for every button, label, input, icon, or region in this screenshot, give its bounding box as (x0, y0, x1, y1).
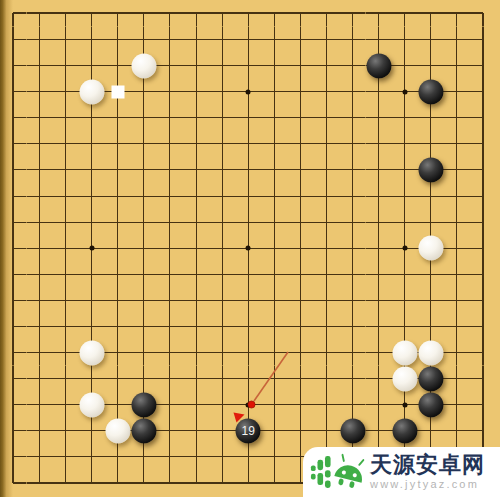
white-stone[interactable] (392, 340, 417, 365)
board-cell[interactable] (261, 287, 287, 313)
board-cell[interactable] (313, 157, 339, 183)
board-cell[interactable] (444, 235, 470, 261)
board-cell[interactable] (470, 79, 496, 105)
board-cell[interactable] (470, 105, 496, 131)
board-cell[interactable] (183, 27, 209, 53)
board-cell[interactable] (287, 418, 313, 444)
board-cell[interactable] (235, 235, 261, 261)
board-cell[interactable] (157, 209, 183, 235)
board-cell[interactable] (418, 261, 444, 287)
board-cell[interactable] (313, 418, 339, 444)
board-cell[interactable] (470, 157, 496, 183)
board-cell[interactable] (287, 0, 313, 26)
board-cell[interactable] (27, 392, 53, 418)
board-cell[interactable] (209, 79, 235, 105)
board-cell[interactable] (366, 0, 392, 26)
board-cell[interactable] (418, 209, 444, 235)
board-cell[interactable] (0, 444, 26, 470)
board-cell[interactable] (0, 209, 26, 235)
board-cell[interactable] (0, 53, 26, 79)
board-cell[interactable] (339, 287, 365, 313)
board-cell[interactable] (157, 0, 183, 26)
board-cell[interactable] (27, 105, 53, 131)
board-cell[interactable] (0, 0, 26, 26)
board-cell[interactable] (366, 418, 392, 444)
board-cell[interactable] (27, 418, 53, 444)
board-cell[interactable] (287, 287, 313, 313)
board-cell[interactable] (470, 366, 496, 392)
board-cell[interactable] (235, 261, 261, 287)
board-cell[interactable] (53, 339, 79, 365)
board-cell[interactable] (444, 339, 470, 365)
board-cell[interactable] (235, 339, 261, 365)
board-cell[interactable] (444, 418, 470, 444)
board-cell[interactable] (235, 287, 261, 313)
board-cell[interactable] (157, 392, 183, 418)
board-cell[interactable] (261, 0, 287, 26)
board-cell[interactable] (105, 313, 131, 339)
board-cell[interactable] (235, 27, 261, 53)
board-cell[interactable] (209, 313, 235, 339)
board-cell[interactable] (366, 261, 392, 287)
board-cell[interactable] (157, 235, 183, 261)
board-cell[interactable] (209, 444, 235, 470)
board-cell[interactable] (27, 313, 53, 339)
board-cell[interactable] (157, 131, 183, 157)
board-cell[interactable] (209, 261, 235, 287)
board-cell[interactable] (27, 366, 53, 392)
board-cell[interactable] (183, 209, 209, 235)
board-cell[interactable] (131, 261, 157, 287)
board-cell[interactable] (53, 261, 79, 287)
board-cell[interactable] (235, 470, 261, 496)
black-stone[interactable] (418, 392, 443, 417)
board-cell[interactable] (339, 261, 365, 287)
board-cell[interactable] (53, 27, 79, 53)
board-cell[interactable] (287, 209, 313, 235)
board-cell[interactable] (339, 183, 365, 209)
board-cell[interactable] (131, 287, 157, 313)
board-cell[interactable] (105, 339, 131, 365)
board-cell[interactable] (392, 209, 418, 235)
board-cell[interactable] (79, 235, 105, 261)
board-cell[interactable] (287, 261, 313, 287)
board-cell[interactable] (105, 183, 131, 209)
board-cell[interactable] (0, 470, 26, 496)
board-cell[interactable] (209, 183, 235, 209)
board-cell[interactable] (157, 79, 183, 105)
board-cell[interactable] (366, 131, 392, 157)
board-cell[interactable] (209, 131, 235, 157)
board-cell[interactable] (131, 444, 157, 470)
board-cell[interactable] (313, 183, 339, 209)
board-cell[interactable] (183, 261, 209, 287)
board-cell[interactable] (209, 53, 235, 79)
board-cell[interactable] (470, 235, 496, 261)
board-cell[interactable] (79, 105, 105, 131)
board-cell[interactable] (0, 366, 26, 392)
board-cell[interactable] (261, 366, 287, 392)
board-cell[interactable] (261, 444, 287, 470)
board-cell[interactable] (183, 105, 209, 131)
board-cell[interactable] (444, 366, 470, 392)
board-cell[interactable] (27, 235, 53, 261)
board-cell[interactable] (366, 79, 392, 105)
board-cell[interactable] (27, 27, 53, 53)
board-cell[interactable] (261, 313, 287, 339)
board-cell[interactable] (53, 235, 79, 261)
board-cell[interactable] (131, 157, 157, 183)
board-cell[interactable] (53, 53, 79, 79)
board-cell[interactable] (287, 79, 313, 105)
board-cell[interactable] (339, 27, 365, 53)
board-cell[interactable] (313, 235, 339, 261)
board-cell[interactable] (470, 313, 496, 339)
board-cell[interactable] (79, 444, 105, 470)
board-cell[interactable] (27, 79, 53, 105)
board-cell[interactable] (287, 313, 313, 339)
board-cell[interactable] (209, 392, 235, 418)
board-cell[interactable] (470, 418, 496, 444)
board-cell[interactable] (418, 418, 444, 444)
white-stone[interactable] (79, 392, 104, 417)
board-cell[interactable] (339, 131, 365, 157)
board-cell[interactable] (339, 0, 365, 26)
board-cell[interactable] (53, 0, 79, 26)
board-cell[interactable] (53, 470, 79, 496)
board-cell[interactable] (392, 0, 418, 26)
board-cell[interactable] (105, 287, 131, 313)
board-cell[interactable] (0, 392, 26, 418)
board-cell[interactable] (235, 53, 261, 79)
board-cell[interactable] (366, 366, 392, 392)
board-cell[interactable] (157, 339, 183, 365)
board-cell[interactable] (313, 261, 339, 287)
board-cell[interactable] (0, 287, 26, 313)
board-cell[interactable] (0, 183, 26, 209)
board-cell[interactable] (313, 79, 339, 105)
board-cell[interactable] (0, 131, 26, 157)
board-cell[interactable] (313, 27, 339, 53)
board-cell[interactable] (0, 79, 26, 105)
board-cell[interactable] (339, 79, 365, 105)
black-stone[interactable] (131, 418, 156, 443)
board-cell[interactable] (79, 287, 105, 313)
board-cell[interactable] (105, 105, 131, 131)
board-cell[interactable] (418, 131, 444, 157)
board-cell[interactable] (79, 418, 105, 444)
board-cell[interactable] (79, 183, 105, 209)
white-stone[interactable] (79, 79, 104, 104)
board-cell[interactable] (209, 418, 235, 444)
board-cell[interactable] (366, 339, 392, 365)
board-cell[interactable] (183, 53, 209, 79)
board-cell[interactable] (79, 470, 105, 496)
board-cell[interactable] (79, 27, 105, 53)
board-cell[interactable] (339, 235, 365, 261)
board-cell[interactable] (0, 313, 26, 339)
board-cell[interactable] (313, 313, 339, 339)
board-cell[interactable] (53, 444, 79, 470)
board-cell[interactable] (470, 339, 496, 365)
board-cell[interactable] (313, 366, 339, 392)
board-cell[interactable] (392, 235, 418, 261)
black-stone[interactable] (418, 79, 443, 104)
board-cell[interactable] (339, 313, 365, 339)
board-cell[interactable] (287, 105, 313, 131)
board-cell[interactable] (105, 157, 131, 183)
board-cell[interactable] (392, 131, 418, 157)
board-cell[interactable] (418, 0, 444, 26)
board-cell[interactable] (366, 157, 392, 183)
board-cell[interactable] (287, 27, 313, 53)
board-cell[interactable] (235, 105, 261, 131)
board-cell[interactable] (79, 131, 105, 157)
board-cell[interactable] (444, 313, 470, 339)
board-cell[interactable] (366, 287, 392, 313)
white-stone[interactable] (418, 340, 443, 365)
board-cell[interactable] (157, 366, 183, 392)
board-cell[interactable] (392, 105, 418, 131)
board-cell[interactable] (105, 366, 131, 392)
board-cell[interactable] (287, 235, 313, 261)
board-cell[interactable] (131, 366, 157, 392)
board-cell[interactable] (27, 131, 53, 157)
board-cell[interactable] (235, 366, 261, 392)
board-cell[interactable] (27, 157, 53, 183)
board-cell[interactable] (470, 392, 496, 418)
board-cell[interactable] (313, 53, 339, 79)
board-cell[interactable] (157, 183, 183, 209)
board-cell[interactable] (339, 392, 365, 418)
go-board[interactable]: 19 (0, 0, 500, 497)
black-stone[interactable] (418, 157, 443, 182)
board-cell[interactable] (209, 27, 235, 53)
board-cell[interactable] (209, 0, 235, 26)
board-cell[interactable] (0, 157, 26, 183)
board-cell[interactable] (157, 261, 183, 287)
board-cell[interactable] (444, 287, 470, 313)
board-cell[interactable] (235, 444, 261, 470)
board-cell[interactable] (53, 209, 79, 235)
board-cell[interactable] (53, 392, 79, 418)
board-cell[interactable] (261, 261, 287, 287)
board-cell[interactable] (470, 53, 496, 79)
board-cell[interactable] (418, 183, 444, 209)
board-cell[interactable] (131, 235, 157, 261)
board-cell[interactable] (366, 392, 392, 418)
board-cell[interactable] (261, 418, 287, 444)
board-cell[interactable] (235, 313, 261, 339)
board-cell[interactable] (392, 392, 418, 418)
board-cell[interactable] (444, 261, 470, 287)
board-cell[interactable] (105, 392, 131, 418)
board-cell[interactable] (392, 157, 418, 183)
board-cell[interactable] (444, 79, 470, 105)
board-cell[interactable] (418, 27, 444, 53)
board-cell[interactable] (27, 209, 53, 235)
white-stone[interactable] (418, 236, 443, 261)
board-cell[interactable] (366, 105, 392, 131)
black-stone[interactable] (366, 53, 391, 78)
board-cell[interactable] (313, 287, 339, 313)
board-cell[interactable] (27, 339, 53, 365)
board-cell[interactable] (27, 0, 53, 26)
board-cell[interactable] (209, 339, 235, 365)
board-cell[interactable] (235, 157, 261, 183)
board-cell[interactable] (339, 366, 365, 392)
board-cell[interactable] (392, 287, 418, 313)
board-cell[interactable] (261, 183, 287, 209)
board-cell[interactable] (209, 287, 235, 313)
board-cell[interactable] (0, 105, 26, 131)
black-stone[interactable] (340, 418, 365, 443)
board-cell[interactable] (287, 366, 313, 392)
board-cell[interactable] (53, 183, 79, 209)
board-cell[interactable] (261, 53, 287, 79)
board-cell[interactable] (131, 0, 157, 26)
board-cell[interactable] (0, 27, 26, 53)
board-cell[interactable] (261, 105, 287, 131)
board-cell[interactable] (261, 27, 287, 53)
board-cell[interactable] (470, 131, 496, 157)
board-cell[interactable] (339, 53, 365, 79)
board-cell[interactable] (366, 235, 392, 261)
board-cell[interactable] (392, 261, 418, 287)
board-cell[interactable] (235, 392, 261, 418)
board-cell[interactable] (444, 53, 470, 79)
board-cell[interactable] (105, 79, 131, 105)
board-cell[interactable] (339, 339, 365, 365)
board-cell[interactable] (53, 131, 79, 157)
board-cell[interactable] (392, 183, 418, 209)
board-cell[interactable] (79, 313, 105, 339)
white-stone[interactable] (131, 53, 156, 78)
board-cell[interactable] (79, 157, 105, 183)
board-cell[interactable] (0, 339, 26, 365)
board-cell[interactable] (235, 79, 261, 105)
board-cell[interactable] (287, 339, 313, 365)
board-cell[interactable] (53, 418, 79, 444)
board-cell[interactable] (183, 313, 209, 339)
board-cell[interactable] (131, 105, 157, 131)
board-cell[interactable] (183, 131, 209, 157)
board-cell[interactable] (287, 392, 313, 418)
board-cell[interactable] (313, 105, 339, 131)
board-cell[interactable] (261, 392, 287, 418)
board-cell[interactable] (444, 131, 470, 157)
board-cell[interactable] (444, 183, 470, 209)
board-cell[interactable] (0, 235, 26, 261)
board-cell[interactable] (105, 53, 131, 79)
white-stone[interactable] (105, 418, 130, 443)
board-cell[interactable] (366, 27, 392, 53)
board-cell[interactable] (183, 392, 209, 418)
board-cell[interactable] (235, 131, 261, 157)
board-cell[interactable] (209, 105, 235, 131)
board-cell[interactable] (235, 0, 261, 26)
board-cell[interactable] (261, 339, 287, 365)
board-cell[interactable] (105, 444, 131, 470)
board-cell[interactable] (261, 209, 287, 235)
board-cell[interactable] (131, 131, 157, 157)
board-cell[interactable] (53, 157, 79, 183)
board-cell[interactable] (235, 183, 261, 209)
board-cell[interactable] (183, 157, 209, 183)
board-cell[interactable] (392, 27, 418, 53)
board-cell[interactable] (313, 209, 339, 235)
board-cell[interactable] (209, 209, 235, 235)
board-cell[interactable] (287, 157, 313, 183)
board-cell[interactable] (470, 0, 496, 26)
board-cell[interactable] (27, 261, 53, 287)
board-cell[interactable] (79, 53, 105, 79)
black-stone[interactable] (418, 366, 443, 391)
board-cell[interactable] (0, 261, 26, 287)
board-cell[interactable] (339, 157, 365, 183)
board-cell[interactable] (392, 53, 418, 79)
board-cell[interactable] (183, 366, 209, 392)
board-cell[interactable] (105, 261, 131, 287)
board-cell[interactable] (131, 313, 157, 339)
board-cell[interactable] (157, 53, 183, 79)
board-cell[interactable] (470, 261, 496, 287)
black-stone[interactable] (392, 418, 417, 443)
board-cell[interactable] (183, 235, 209, 261)
board-cell[interactable] (313, 0, 339, 26)
board-cell[interactable] (287, 53, 313, 79)
board-cell[interactable] (79, 261, 105, 287)
board-cell[interactable] (27, 53, 53, 79)
board-cell[interactable] (287, 183, 313, 209)
board-cell[interactable] (131, 183, 157, 209)
board-cell[interactable] (392, 313, 418, 339)
board-cell[interactable] (53, 287, 79, 313)
white-stone[interactable] (392, 366, 417, 391)
board-cell[interactable] (261, 79, 287, 105)
board-cell[interactable] (261, 235, 287, 261)
board-cell[interactable] (209, 470, 235, 496)
board-cell[interactable] (313, 131, 339, 157)
board-cell[interactable] (366, 209, 392, 235)
board-cell[interactable] (157, 157, 183, 183)
board-cell[interactable] (366, 313, 392, 339)
board-cell[interactable] (235, 209, 261, 235)
board-cell[interactable] (183, 470, 209, 496)
board-cell[interactable] (183, 287, 209, 313)
black-stone[interactable] (131, 392, 156, 417)
board-cell[interactable] (131, 470, 157, 496)
board-cell[interactable] (183, 183, 209, 209)
board-cell[interactable] (27, 470, 53, 496)
board-cell[interactable] (209, 235, 235, 261)
board-cell[interactable] (470, 287, 496, 313)
board-cell[interactable] (261, 470, 287, 496)
board-cell[interactable] (287, 131, 313, 157)
board-cell[interactable] (131, 79, 157, 105)
board-cell[interactable] (27, 287, 53, 313)
board-cell[interactable] (444, 27, 470, 53)
board-cell[interactable] (183, 444, 209, 470)
board-cell[interactable] (470, 183, 496, 209)
board-cell[interactable] (339, 209, 365, 235)
board-cell[interactable] (444, 157, 470, 183)
board-cell[interactable] (261, 157, 287, 183)
board-cell[interactable] (209, 366, 235, 392)
board-cell[interactable] (470, 27, 496, 53)
board-cell[interactable] (444, 105, 470, 131)
board-cell[interactable] (418, 105, 444, 131)
